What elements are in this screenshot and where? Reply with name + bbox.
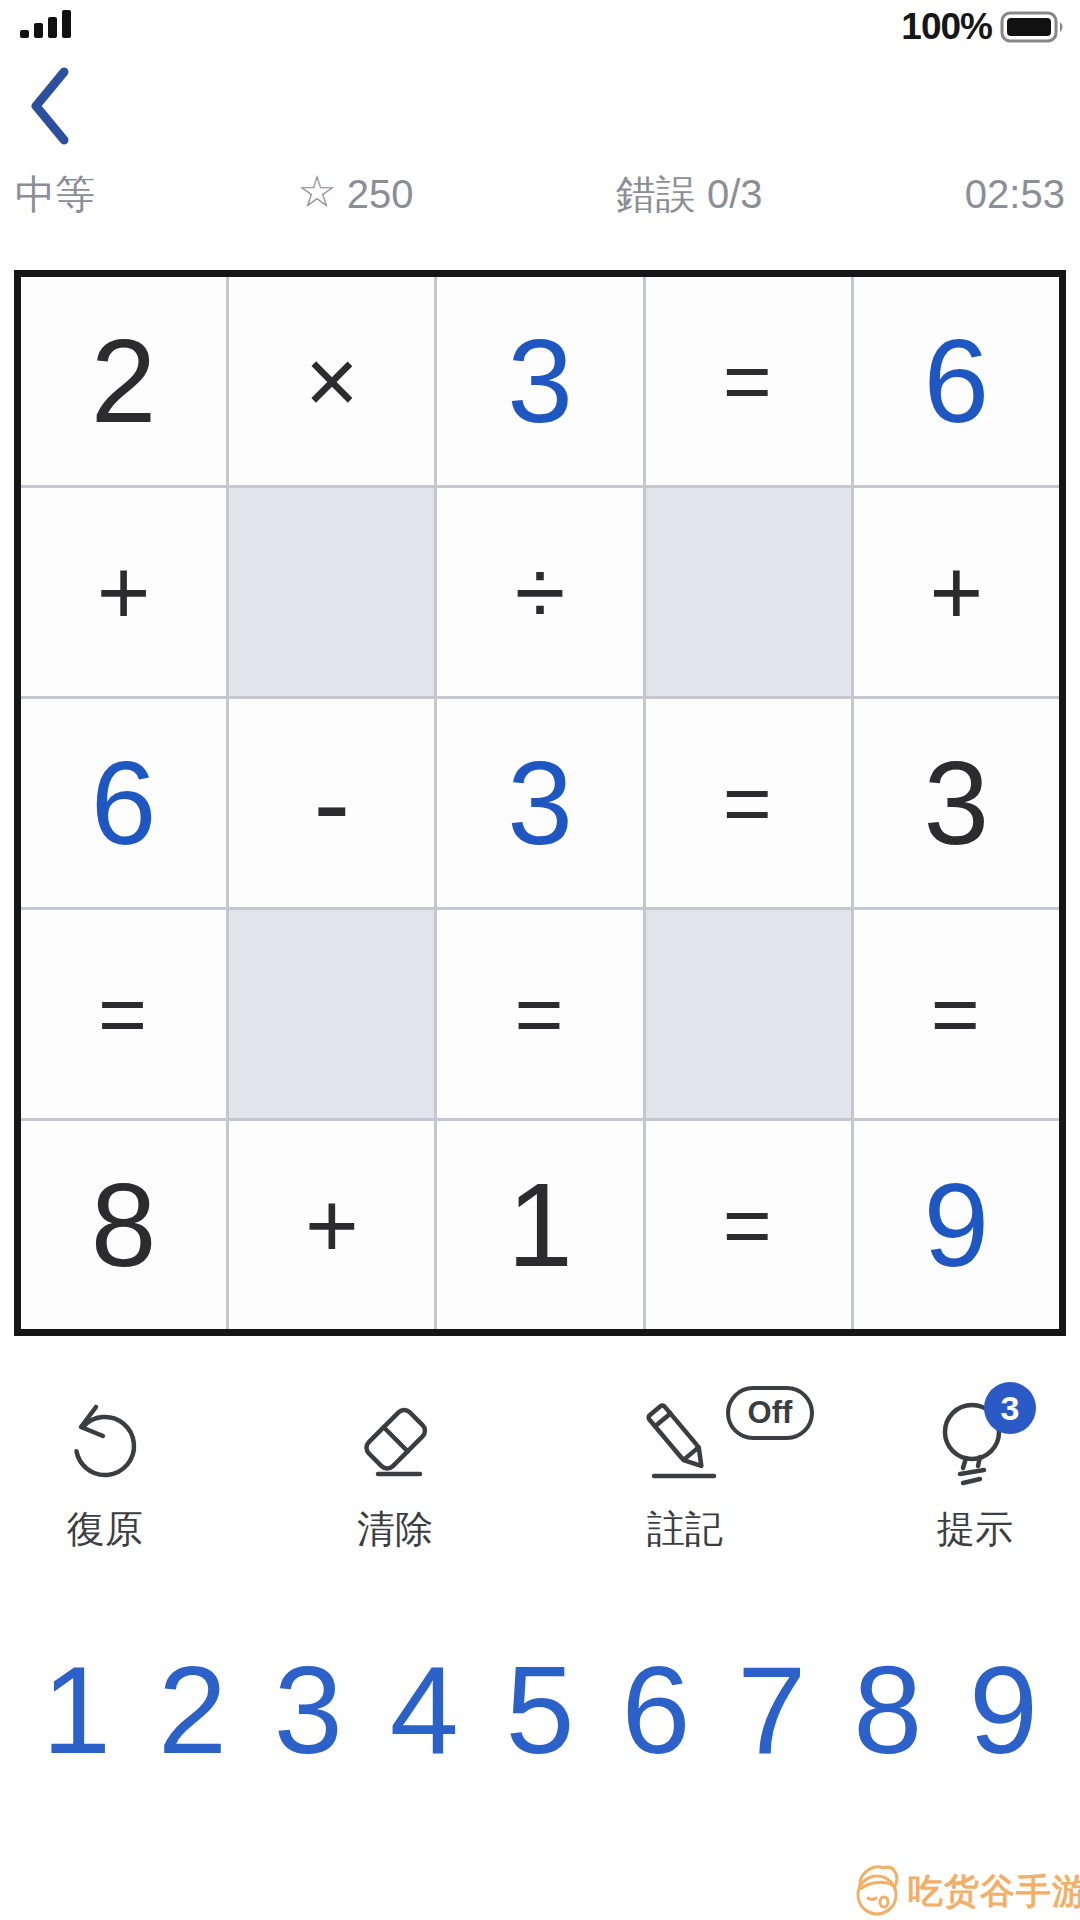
board-cell-r1c3[interactable]: 3 (437, 277, 642, 485)
star-outline-icon: ☆ (297, 170, 336, 214)
pencil-icon (638, 1392, 732, 1492)
puzzle-board: 2×3=6+÷+6-3=3===8+1=9 (14, 270, 1066, 1336)
eraser-icon (348, 1392, 442, 1492)
cellular-signal-icon (20, 10, 71, 38)
watermark: 吃货谷手游 (850, 1862, 1080, 1920)
numpad-digit-8[interactable]: 8 (853, 1648, 922, 1772)
timer: 02:53 (965, 172, 1065, 217)
numpad-digit-6[interactable]: 6 (621, 1648, 690, 1772)
board-cell-r3c1[interactable]: 6 (21, 699, 226, 907)
board-cell-r3c2: - (229, 699, 434, 907)
battery-icon (1000, 11, 1066, 43)
score-value: 250 (347, 172, 414, 217)
board-cell-r5c3: 1 (437, 1121, 642, 1329)
board-cell-r2c4 (646, 488, 851, 696)
numpad-digit-4[interactable]: 4 (390, 1648, 459, 1772)
numpad-digit-7[interactable]: 7 (737, 1648, 806, 1772)
numpad-digit-1[interactable]: 1 (42, 1648, 111, 1772)
numpad-digit-3[interactable]: 3 (274, 1648, 343, 1772)
toolbar: 復原 清除 (0, 1392, 1080, 1562)
board-cell-r3c3[interactable]: 3 (437, 699, 642, 907)
board-cell-r3c4: = (646, 699, 851, 907)
numpad-digit-2[interactable]: 2 (158, 1648, 227, 1772)
erase-button[interactable]: 清除 (335, 1392, 455, 1562)
board-cell-r5c5[interactable]: 9 (854, 1121, 1059, 1329)
numpad-digit-5[interactable]: 5 (506, 1648, 575, 1772)
hint-count-badge: 3 (984, 1382, 1036, 1434)
undo-label: 復原 (67, 1504, 143, 1555)
hint-button[interactable]: 3 提示 (915, 1392, 1035, 1562)
undo-button[interactable]: 復原 (45, 1392, 165, 1562)
board-cell-r2c1: + (21, 488, 226, 696)
numpad-digit-9[interactable]: 9 (969, 1648, 1038, 1772)
chevron-left-icon (24, 64, 76, 148)
watermark-text: 吃货谷手游 (908, 1868, 1080, 1915)
board-cell-r4c3: = (437, 910, 642, 1118)
board-cell-r1c2: × (229, 277, 434, 485)
board-cell-r3c5: 3 (854, 699, 1059, 907)
battery-percent: 100% (901, 6, 992, 48)
board-cell-r2c2 (229, 488, 434, 696)
difficulty-label: 中等 (15, 167, 95, 222)
hint-label: 提示 (937, 1504, 1013, 1555)
board-cell-r1c1: 2 (21, 277, 226, 485)
board-cell-r2c3: ÷ (437, 488, 642, 696)
board-cell-r4c1: = (21, 910, 226, 1118)
game-header: 中等 ☆ 250 錯誤 0/3 02:53 (0, 168, 1080, 220)
board-cell-r5c1: 8 (21, 1121, 226, 1329)
board-cell-r5c4: = (646, 1121, 851, 1329)
board-cell-r1c5[interactable]: 6 (854, 277, 1059, 485)
notes-label: 註記 (647, 1504, 723, 1555)
board-cell-r1c4: = (646, 277, 851, 485)
board-cell-r2c5: + (854, 488, 1059, 696)
notes-button[interactable]: Off 註記 (625, 1392, 745, 1562)
notes-toggle-badge: Off (726, 1386, 814, 1440)
board-cell-r4c5: = (854, 910, 1059, 1118)
watermark-face-icon (850, 1862, 904, 1920)
board-cell-r4c2 (229, 910, 434, 1118)
back-button[interactable] (18, 62, 82, 152)
undo-icon (58, 1392, 152, 1492)
status-bar: 100% (0, 0, 1080, 52)
board-cell-r5c2: + (229, 1121, 434, 1329)
numpad: 123456789 (0, 1630, 1080, 1790)
board-cell-r4c4 (646, 910, 851, 1118)
erase-label: 清除 (357, 1504, 433, 1555)
errors-counter: 錯誤 0/3 (616, 167, 763, 222)
